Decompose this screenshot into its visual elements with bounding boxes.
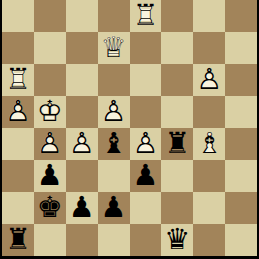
- chess-board: ♜♖♛♕♜♖♟♙♟♙♚♔♟♙♟♙♟♙♝♟♙♜♝♗♟♟♚♟♟♜♛: [2, 0, 257, 256]
- square-c2[interactable]: ♟: [66, 192, 98, 224]
- square-c8[interactable]: [66, 0, 98, 32]
- square-d5[interactable]: ♟♙: [98, 96, 130, 128]
- square-f6[interactable]: [161, 64, 193, 96]
- square-g3[interactable]: [193, 160, 225, 192]
- black-bishop-d4: ♝: [98, 128, 130, 160]
- square-h8[interactable]: [225, 0, 257, 32]
- square-f5[interactable]: [161, 96, 193, 128]
- square-e4[interactable]: ♟♙: [130, 128, 162, 160]
- square-a1[interactable]: ♜: [2, 224, 34, 256]
- square-g5[interactable]: [193, 96, 225, 128]
- square-f2[interactable]: [161, 192, 193, 224]
- square-g2[interactable]: [193, 192, 225, 224]
- square-g4[interactable]: ♝♗: [193, 128, 225, 160]
- square-f8[interactable]: [161, 0, 193, 32]
- square-d4[interactable]: ♝: [98, 128, 130, 160]
- square-e2[interactable]: [130, 192, 162, 224]
- square-a7[interactable]: [2, 32, 34, 64]
- square-d6[interactable]: [98, 64, 130, 96]
- square-b6[interactable]: [34, 64, 66, 96]
- square-c1[interactable]: [66, 224, 98, 256]
- square-f1[interactable]: ♛: [161, 224, 193, 256]
- square-a4[interactable]: [2, 128, 34, 160]
- square-a8[interactable]: [2, 0, 34, 32]
- white-pawn-d5: ♟♙: [98, 96, 130, 128]
- white-pawn-b4: ♟♙: [34, 128, 66, 160]
- square-e6[interactable]: [130, 64, 162, 96]
- square-f3[interactable]: [161, 160, 193, 192]
- square-f4[interactable]: ♜: [161, 128, 193, 160]
- square-e7[interactable]: [130, 32, 162, 64]
- white-pawn-e4: ♟♙: [130, 128, 162, 160]
- white-queen-d7: ♛♕: [98, 32, 130, 64]
- square-h7[interactable]: [225, 32, 257, 64]
- square-d7[interactable]: ♛♕: [98, 32, 130, 64]
- square-a2[interactable]: [2, 192, 34, 224]
- square-h5[interactable]: [225, 96, 257, 128]
- square-b8[interactable]: [34, 0, 66, 32]
- white-rook-a6: ♜♖: [2, 64, 34, 96]
- square-b2[interactable]: ♚: [34, 192, 66, 224]
- square-e3[interactable]: ♟: [130, 160, 162, 192]
- square-e8[interactable]: ♜♖: [130, 0, 162, 32]
- white-pawn-g6: ♟♙: [193, 64, 225, 96]
- square-h1[interactable]: [225, 224, 257, 256]
- square-a5[interactable]: ♟♙: [2, 96, 34, 128]
- square-c7[interactable]: [66, 32, 98, 64]
- square-e5[interactable]: [130, 96, 162, 128]
- black-pawn-c2: ♟: [66, 192, 98, 224]
- square-h3[interactable]: [225, 160, 257, 192]
- square-g6[interactable]: ♟♙: [193, 64, 225, 96]
- white-bishop-g4: ♝♗: [193, 128, 225, 160]
- white-pawn-a5: ♟♙: [2, 96, 34, 128]
- square-b5[interactable]: ♚♔: [34, 96, 66, 128]
- square-b3[interactable]: ♟: [34, 160, 66, 192]
- square-c5[interactable]: [66, 96, 98, 128]
- black-pawn-d2: ♟: [98, 192, 130, 224]
- square-d3[interactable]: [98, 160, 130, 192]
- square-h4[interactable]: [225, 128, 257, 160]
- square-a3[interactable]: [2, 160, 34, 192]
- square-h2[interactable]: [225, 192, 257, 224]
- black-queen-f1: ♛: [161, 224, 193, 256]
- square-c4[interactable]: ♟♙: [66, 128, 98, 160]
- square-e1[interactable]: [130, 224, 162, 256]
- white-king-b5: ♚♔: [34, 96, 66, 128]
- black-king-b2: ♚: [34, 192, 66, 224]
- square-c3[interactable]: [66, 160, 98, 192]
- black-rook-f4: ♜: [161, 128, 193, 160]
- black-pawn-e3: ♟: [130, 160, 162, 192]
- square-b7[interactable]: [34, 32, 66, 64]
- square-g8[interactable]: [193, 0, 225, 32]
- square-g7[interactable]: [193, 32, 225, 64]
- square-f7[interactable]: [161, 32, 193, 64]
- square-a6[interactable]: ♜♖: [2, 64, 34, 96]
- white-rook-e8: ♜♖: [130, 0, 162, 32]
- black-pawn-b3: ♟: [34, 160, 66, 192]
- square-b4[interactable]: ♟♙: [34, 128, 66, 160]
- square-b1[interactable]: [34, 224, 66, 256]
- square-d1[interactable]: [98, 224, 130, 256]
- black-rook-a1: ♜: [2, 224, 34, 256]
- square-d2[interactable]: ♟: [98, 192, 130, 224]
- square-h6[interactable]: [225, 64, 257, 96]
- chess-diagram: ♜♖♛♕♜♖♟♙♟♙♚♔♟♙♟♙♟♙♝♟♙♜♝♗♟♟♚♟♟♜♛: [0, 0, 259, 259]
- square-d8[interactable]: [98, 0, 130, 32]
- square-c6[interactable]: [66, 64, 98, 96]
- white-pawn-c4: ♟♙: [66, 128, 98, 160]
- square-g1[interactable]: [193, 224, 225, 256]
